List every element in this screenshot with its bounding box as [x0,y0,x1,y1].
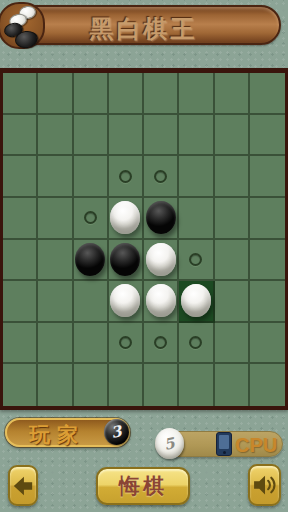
cell-f5[interactable] [179,240,214,282]
cell-d8[interactable] [109,364,144,406]
cell-b4[interactable] [38,198,73,240]
cell-f2[interactable] [179,115,214,157]
sound-button[interactable] [248,464,281,506]
cell-c7[interactable] [74,323,109,365]
phone-icon [216,432,232,456]
back-button[interactable] [8,465,38,506]
cell-b1[interactable] [38,73,73,115]
cpu-score-panel: 5 CPU [155,431,283,457]
cell-f7[interactable] [179,323,214,365]
cell-f4[interactable] [179,198,214,240]
cell-b2[interactable] [38,115,73,157]
cell-d3[interactable] [109,156,144,198]
cell-e7[interactable] [144,323,179,365]
cell-d5[interactable] [109,240,144,282]
cell-a5[interactable] [3,240,38,282]
cell-a8[interactable] [3,364,38,406]
legal-move-hint [119,336,132,349]
cell-h1[interactable] [250,73,285,115]
cell-g6[interactable] [215,281,250,323]
cell-h7[interactable] [250,323,285,365]
cell-d6[interactable] [109,281,144,323]
cell-c6[interactable] [74,281,109,323]
cell-a3[interactable] [3,156,38,198]
app-title: 黑白棋王 [8,13,279,45]
cell-b3[interactable] [38,156,73,198]
cell-a6[interactable] [3,281,38,323]
cell-c8[interactable] [74,364,109,406]
cell-f6[interactable] [179,281,214,323]
cell-c5[interactable] [74,240,109,282]
black-disc [110,243,140,276]
cell-h6[interactable] [250,281,285,323]
cell-d4[interactable] [109,198,144,240]
cell-a1[interactable] [3,73,38,115]
cell-b5[interactable] [38,240,73,282]
cell-b6[interactable] [38,281,73,323]
legal-move-hint [154,336,167,349]
cell-h3[interactable] [250,156,285,198]
speaker-icon [252,471,277,499]
cell-g7[interactable] [215,323,250,365]
player-disc-count: 3 [110,422,124,442]
cell-e8[interactable] [144,364,179,406]
legal-move-hint [189,336,202,349]
cell-a7[interactable] [3,323,38,365]
cpu-disc-count: 5 [163,434,177,454]
cell-c1[interactable] [74,73,109,115]
white-disc [181,284,211,317]
cell-e6[interactable] [144,281,179,323]
legal-move-hint [119,170,132,183]
cell-f3[interactable] [179,156,214,198]
cell-e5[interactable] [144,240,179,282]
player-score-panel: 玩家 3 [5,418,130,447]
cell-f8[interactable] [179,364,214,406]
white-disc [146,243,176,276]
white-disc [110,284,140,317]
cell-f1[interactable] [179,73,214,115]
cell-d1[interactable] [109,73,144,115]
black-disc [146,201,176,234]
game-screen: 黑白棋王 玩家 3 5 CPU 悔棋 [0,0,288,512]
legal-move-hint [189,253,202,266]
cell-c2[interactable] [74,115,109,157]
undo-button[interactable]: 悔棋 [96,467,190,505]
cell-e4[interactable] [144,198,179,240]
cell-h2[interactable] [250,115,285,157]
cell-g8[interactable] [215,364,250,406]
cell-e1[interactable] [144,73,179,115]
legal-move-hint [154,170,167,183]
white-disc [146,284,176,317]
cell-e3[interactable] [144,156,179,198]
othello-board [0,68,288,410]
cell-b8[interactable] [38,364,73,406]
undo-button-label: 悔棋 [119,472,167,500]
cell-a4[interactable] [3,198,38,240]
cell-e2[interactable] [144,115,179,157]
cell-g4[interactable] [215,198,250,240]
cell-a2[interactable] [3,115,38,157]
black-disc [75,243,105,276]
cell-g5[interactable] [215,240,250,282]
white-disc [110,201,140,234]
title-banner: 黑白棋王 [6,5,281,45]
back-arrow-icon [12,473,34,499]
cell-b7[interactable] [38,323,73,365]
cell-h8[interactable] [250,364,285,406]
cell-g3[interactable] [215,156,250,198]
cell-g2[interactable] [215,115,250,157]
cell-d7[interactable] [109,323,144,365]
cell-g1[interactable] [215,73,250,115]
legal-move-hint [84,211,97,224]
cpu-label: CPU [235,434,277,457]
cell-c4[interactable] [74,198,109,240]
cell-c3[interactable] [74,156,109,198]
player-label: 玩家 [29,421,85,449]
cell-h4[interactable] [250,198,285,240]
cell-d2[interactable] [109,115,144,157]
cell-h5[interactable] [250,240,285,282]
cpu-white-disc-counter: 5 [155,428,184,459]
player-black-disc-counter: 3 [104,419,129,445]
banner-stone-decoration [0,2,45,49]
